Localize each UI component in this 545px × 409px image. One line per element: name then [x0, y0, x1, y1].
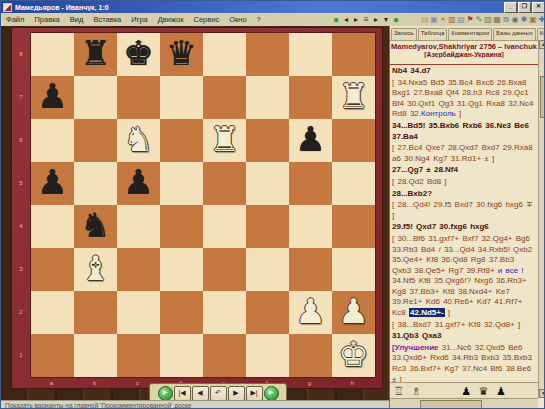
material-balance-bar: ♖ ♗ ♟ ♛ ♟ — [390, 382, 538, 399]
move-text[interactable]: [ 27.Bc4 Qxe7 28.Qxd7 Bxd7 29.Rxa8 a6 30… — [392, 143, 533, 163]
square-e6[interactable]: ♜ — [203, 119, 246, 162]
notation-paragraph-7: [ 28...Qd4! 29.f5 Bxd7 30.fxg6 hxg6 ∓ ] — [392, 200, 536, 221]
piece-black-knight-b4[interactable]: ♞ — [74, 205, 117, 248]
clipboard-icon[interactable]: ▣ — [430, 15, 438, 25]
tab-Таблица[interactable]: Таблица — [418, 28, 448, 40]
square-e1[interactable] — [203, 334, 246, 377]
square-a4[interactable] — [31, 205, 74, 248]
square-b8[interactable]: ♜ — [74, 33, 117, 76]
piece-black-rook-b8[interactable]: ♜ — [74, 33, 117, 76]
square-g1[interactable] — [289, 334, 332, 377]
piece-white-pawn-h2[interactable]: ♟ — [332, 291, 375, 334]
square-h4[interactable] — [332, 205, 375, 248]
square-g5[interactable] — [289, 162, 332, 205]
star-icon[interactable]: ✦ — [439, 15, 447, 25]
square-b1[interactable] — [74, 334, 117, 377]
square-a7[interactable]: ♟ — [31, 76, 74, 119]
rank-label-2: 2 — [13, 290, 29, 333]
piece-white-king-h1[interactable]: ♚ — [332, 334, 375, 377]
step-forward-icon[interactable]: ▸ — [352, 15, 360, 25]
square-b2[interactable] — [74, 291, 117, 334]
square-d2[interactable] — [160, 291, 203, 334]
tab-Базы данных[interactable]: Базы данных — [493, 28, 536, 40]
menu-Вид[interactable]: Вид — [65, 13, 89, 26]
board-background: 87654321 ♜♚♛♟♜♞♜♟♟♟♞♝♟♟♚ abcdefgh ▶|◀◀↶▶… — [1, 26, 389, 409]
notation-panel: ЗаписьТаблицаКомментарииБазы данныхКнига… — [389, 26, 545, 409]
piece-black-pawn-g6[interactable]: ♟ — [289, 119, 332, 162]
square-d7[interactable] — [160, 76, 203, 119]
move-text[interactable]: 29.f5! Qxd7 30.fxg6 hxg6 — [392, 222, 489, 231]
pencil-icon[interactable]: ✎ — [475, 15, 483, 25]
square-e5[interactable] — [203, 162, 246, 205]
file-label-h: h — [331, 377, 374, 389]
move-text[interactable]: [ 28...Qd4! 29.f5 Bxd7 30.fxg6 hxg6 ∓ ] — [392, 200, 533, 220]
minimize-button[interactable]: _ — [504, 2, 517, 13]
square-e8[interactable] — [203, 33, 246, 76]
move-text[interactable]: [ 38...Bxd7 31.gxf7+ Kf8 32.Qd8+ ] — [392, 320, 520, 329]
title-bar: Мамедьяров - Иванчук, 1:0 _❐✕ — [1, 1, 545, 13]
piece-white-pawn-g2[interactable]: ♟ — [289, 291, 332, 334]
step-back-icon[interactable]: ◂ — [342, 15, 350, 25]
square-f6[interactable] — [246, 119, 289, 162]
close-button[interactable]: ✕ — [532, 2, 545, 13]
notation-tabs: ЗаписьТаблицаКомментарииБазы данныхКнига… — [390, 27, 545, 41]
players-line: Mamedyarov,Shakhriyar 2756 – Ivanchuk — [390, 42, 538, 51]
move-text[interactable]: ] — [445, 308, 450, 317]
chart-icon[interactable]: ▧ — [484, 15, 492, 25]
square-f2[interactable] — [246, 291, 289, 334]
menu-Окно[interactable]: Окно — [224, 13, 251, 26]
notation-paragraph-10: [ 38...Bxd7 31.gxf7+ Kf8 32.Qd8+ ] — [392, 320, 536, 331]
square-f3[interactable] — [246, 248, 289, 291]
square-d5[interactable] — [160, 162, 203, 205]
menu-items: ФайлПравкаВидВставкаИграДвижокСервисОкно… — [1, 13, 266, 26]
chess-board-frame: 87654321 ♜♚♛♟♜♞♜♟♟♟♞♝♟♟♚ abcdefgh — [11, 27, 383, 389]
square-a1[interactable] — [31, 334, 74, 377]
window-title: Мамедьяров - Иванчук, 1:0 — [15, 4, 504, 11]
square-e4[interactable] — [203, 205, 246, 248]
square-b6[interactable] — [74, 119, 117, 162]
tree-icon[interactable]: ⧉ — [502, 15, 510, 25]
rank-label-8: 8 — [13, 32, 29, 75]
notation-paragraph-9: [ 30...Bf6 31.gxf7+ Bxf7 32.Qg4+ Bg6 33.… — [392, 234, 536, 319]
game-header: Mamedyarov,Shakhriyar 2756 – Ivanchuk [А… — [390, 40, 538, 65]
board-icon[interactable]: ▦ — [493, 15, 501, 25]
scroll-up-icon[interactable]: ▲ — [539, 40, 545, 49]
app-icon — [3, 3, 12, 12]
maximize-button[interactable]: ❐ — [518, 2, 531, 13]
notation-paragraph-8: 29.f5! Qxd7 30.fxg6 hxg6 — [392, 222, 536, 233]
notation-paragraph-11: 31.Qb3 Qxa3 — [392, 331, 536, 342]
square-g6[interactable]: ♟ — [289, 119, 332, 162]
window-controls: _❐✕ — [504, 2, 545, 13]
move-text[interactable]: ] — [456, 109, 461, 118]
piece-black-pawn-c5[interactable]: ♟ — [117, 162, 160, 205]
square-e2[interactable] — [203, 291, 246, 334]
square-d6[interactable] — [160, 119, 203, 162]
move-text[interactable]: и все ! — [498, 266, 524, 275]
notation-paragraph-5: [ 28.Qd2 Bd8 ] — [392, 177, 536, 188]
piece-white-knight-c6[interactable]: ♞ — [117, 119, 160, 162]
engine-green-right-button[interactable]: ▶ — [264, 386, 279, 401]
next-move-button[interactable]: ▶ — [228, 386, 245, 401]
main-toolbar: ▤▣✦▥▤⚑✎▧▦⧉◉✱▣✚ — [421, 13, 545, 26]
square-a8[interactable] — [31, 33, 74, 76]
square-e7[interactable] — [203, 76, 246, 119]
square-h2[interactable]: ♟ — [332, 291, 375, 334]
rank-label-7: 7 — [13, 75, 29, 118]
vertical-scrollbar[interactable]: ▲ ▼ — [538, 40, 545, 398]
engine-toolbar: ●◂▸≡▸▾● — [332, 13, 400, 26]
square-b7[interactable] — [74, 76, 117, 119]
notation-paragraph-3: [ 27.Bc4 Qxe7 28.Qxd7 Bxd7 29.Rxa8 a6 30… — [392, 143, 536, 164]
square-h8[interactable] — [332, 33, 375, 76]
takeback-button[interactable]: ↶ — [210, 386, 227, 401]
menu-?[interactable]: ? — [252, 13, 266, 26]
camera-icon[interactable]: ▣ — [529, 15, 537, 25]
engine-start-icon[interactable]: ● — [332, 15, 340, 25]
gear-icon[interactable]: ✱ — [520, 15, 528, 25]
square-b4[interactable]: ♞ — [74, 205, 117, 248]
piece-black-pawn-a7[interactable]: ♟ — [31, 76, 74, 119]
chess-board[interactable]: ♜♚♛♟♜♞♜♟♟♟♞♝♟♟♚ — [30, 32, 376, 378]
square-c7[interactable] — [117, 76, 160, 119]
notation-paragraph-2: 34...Bd5! 35.Bxb6 Rxb6 36.Ne3 Be6 37.Ba4 — [392, 121, 536, 142]
square-b5[interactable] — [74, 162, 117, 205]
square-c3[interactable] — [117, 248, 160, 291]
notes-icon[interactable]: ▤ — [457, 15, 465, 25]
square-g3[interactable] — [289, 248, 332, 291]
new-document-icon[interactable]: ▤ — [421, 15, 429, 25]
square-e3[interactable] — [203, 248, 246, 291]
rank-label-4: 4 — [13, 204, 29, 247]
square-b3[interactable]: ♝ — [74, 248, 117, 291]
piece-white-rook-h7[interactable]: ♜ — [332, 76, 375, 119]
square-d3[interactable] — [160, 248, 203, 291]
square-f8[interactable] — [246, 33, 289, 76]
piece-white-rook-e6[interactable]: ♜ — [203, 119, 246, 162]
v-scroll-thumb[interactable] — [540, 76, 545, 118]
square-g2[interactable]: ♟ — [289, 291, 332, 334]
move-text[interactable]: 34...Bd5! 35.Bxb6 Rxb6 36.Ne3 Be6 37.Ba4 — [392, 121, 529, 141]
selected-move[interactable]: 42.Nd5+- — [409, 308, 445, 317]
notation-paragraph-4: 27...Qg7 ± 28.Nf4 — [392, 165, 536, 176]
square-a5[interactable]: ♟ — [31, 162, 74, 205]
piece-black-pawn-a5[interactable]: ♟ — [31, 162, 74, 205]
status-bar: Показать варианты на главной 'Прокоммент… — [1, 400, 389, 409]
notation-paragraph-0: Nb4 34.d7 — [392, 66, 536, 77]
square-c5[interactable]: ♟ — [117, 162, 160, 205]
square-d4[interactable] — [160, 205, 203, 248]
app-window: Мамедьяров - Иванчук, 1:0 _❐✕ ФайлПравка… — [0, 0, 545, 409]
tab-Комментарии[interactable]: Комментарии — [448, 28, 492, 40]
piece-black-king-c8[interactable]: ♚ — [117, 33, 160, 76]
event-line: [Азербайджан-Украина] — [390, 51, 538, 58]
move-text[interactable]: [Улучшение — [392, 343, 439, 352]
square-h1[interactable]: ♚ — [332, 334, 375, 377]
square-f1[interactable] — [246, 334, 289, 377]
file-label-b: b — [73, 377, 116, 389]
menu-Вставка[interactable]: Вставка — [88, 13, 126, 26]
square-f4[interactable] — [246, 205, 289, 248]
move-text[interactable]: 28...Bxb2? — [392, 189, 432, 198]
prev-move-button[interactable]: ◀ — [192, 386, 209, 401]
square-c8[interactable]: ♚ — [117, 33, 160, 76]
square-g4[interactable] — [289, 205, 332, 248]
square-c1[interactable] — [117, 334, 160, 377]
square-c2[interactable] — [117, 291, 160, 334]
piece-white-bishop-b3[interactable]: ♝ — [74, 248, 117, 291]
square-h3[interactable] — [332, 248, 375, 291]
book-icon[interactable]: ▥ — [448, 15, 456, 25]
dropdown-icon[interactable]: ▾ — [382, 15, 390, 25]
menu-Движок[interactable]: Движок — [153, 13, 189, 26]
square-a3[interactable] — [31, 248, 74, 291]
move-text[interactable]: 27...Qg7 ± 28.Nf4 — [392, 165, 458, 174]
notation-paragraph-1: [ 34.Nxa5 Bd5 35.Bc4 Bxc6 26.Bxa8 Bxg1 2… — [392, 78, 536, 120]
move-list[interactable]: Nb4 34.d7[ 34.Nxa5 Bd5 35.Bc4 Bxc6 26.Bx… — [392, 66, 536, 382]
square-f7[interactable] — [246, 76, 289, 119]
menu-Сервис[interactable]: Сервис — [188, 13, 224, 26]
square-c6[interactable]: ♞ — [117, 119, 160, 162]
move-text[interactable]: 31.Qb3 Qxa3 — [392, 331, 441, 340]
engine-green-left-button[interactable]: ▶ — [158, 386, 173, 401]
move-text[interactable]: Nb4 34.d7 — [392, 66, 431, 75]
square-h6[interactable] — [332, 119, 375, 162]
square-h7[interactable]: ♜ — [332, 76, 375, 119]
search-icon[interactable]: ◉ — [511, 15, 519, 25]
square-d8[interactable]: ♛ — [160, 33, 203, 76]
tab-Книга[interactable]: Книга — [537, 28, 545, 40]
engine-stop-icon[interactable]: ● — [392, 15, 400, 25]
plus-icon[interactable]: ✚ — [538, 15, 545, 25]
square-c4[interactable] — [117, 205, 160, 248]
menu-Правка[interactable]: Правка — [29, 13, 64, 26]
move-text[interactable]: Контроль — [421, 109, 456, 118]
last-move-button[interactable]: ▶| — [246, 386, 263, 401]
horizontal-scrollbar[interactable] — [390, 398, 538, 409]
square-d1[interactable] — [160, 334, 203, 377]
menu-bar: ФайлПравкаВидВставкаИграДвижокСервисОкно… — [1, 13, 545, 27]
first-move-button[interactable]: |◀ — [174, 386, 191, 401]
move-text[interactable]: [ 34.Nxa5 Bd5 35.Bc4 Bxc6 26.Bxa8 Bxg1 2… — [392, 78, 534, 119]
file-label-a: a — [30, 377, 73, 389]
move-text[interactable]: [ 28.Qd2 Bd8 ] — [392, 177, 447, 186]
play-line-icon[interactable]: ▸ — [372, 15, 380, 25]
jump-list-icon[interactable]: ≡ — [362, 15, 370, 25]
piece-black-queen-d8[interactable]: ♛ — [160, 33, 203, 76]
scroll-down-icon[interactable]: ▼ — [539, 389, 545, 398]
square-g7[interactable] — [289, 76, 332, 119]
notation-paragraph-6: 28...Bxb2? — [392, 189, 536, 200]
menu-Файл[interactable]: Файл — [1, 13, 29, 26]
h-scroll-thumb[interactable] — [420, 400, 482, 409]
rank-label-5: 5 — [13, 161, 29, 204]
square-a2[interactable] — [31, 291, 74, 334]
white-material-icons: ♖ ♗ — [394, 385, 423, 398]
rank-label-1: 1 — [13, 333, 29, 376]
notation-paragraph-12: [Улучшение 31...Nc6 32.Qxd5 Be6 33.Qxd6+… — [392, 343, 536, 382]
rank-label-3: 3 — [13, 247, 29, 290]
tab-Запись[interactable]: Запись — [391, 28, 417, 40]
menu-Игра[interactable]: Игра — [126, 13, 152, 26]
flag-icon[interactable]: ⚑ — [466, 15, 474, 25]
black-material-icons: ♟ ♛ ♟ — [461, 385, 508, 398]
square-f5[interactable] — [246, 162, 289, 205]
square-a6[interactable] — [31, 119, 74, 162]
file-label-g: g — [288, 377, 331, 389]
rank-label-6: 6 — [13, 118, 29, 161]
square-h5[interactable] — [332, 162, 375, 205]
square-g8[interactable] — [289, 33, 332, 76]
rank-labels: 87654321 — [13, 32, 29, 376]
